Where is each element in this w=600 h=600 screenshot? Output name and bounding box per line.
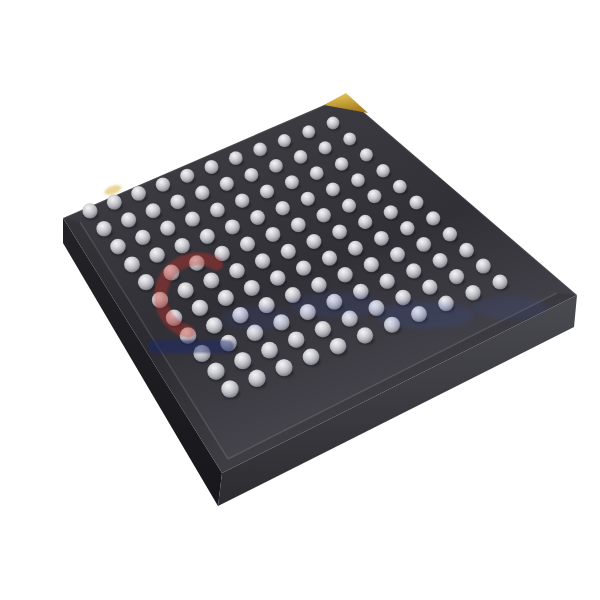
- solder-ball: [234, 352, 251, 369]
- solder-ball: [306, 234, 321, 249]
- solder-ball: [433, 253, 448, 268]
- solder-ball: [146, 203, 161, 218]
- solder-ball: [180, 169, 194, 183]
- solder-ball: [192, 300, 208, 316]
- solder-ball: [288, 331, 305, 348]
- solder-ball: [124, 256, 140, 272]
- solder-ball: [248, 370, 265, 387]
- solder-ball: [244, 168, 258, 182]
- solder-ball: [319, 141, 332, 154]
- solder-ball: [96, 221, 111, 236]
- solder-ball: [476, 259, 491, 274]
- solder-ball: [317, 208, 331, 222]
- solder-ball: [348, 241, 363, 256]
- solder-ball: [302, 125, 315, 138]
- solder-ball: [465, 285, 480, 300]
- solder-ball: [121, 212, 136, 227]
- solder-ball: [332, 224, 347, 239]
- solder-ball: [253, 143, 267, 157]
- solder-ball: [380, 274, 395, 289]
- solder-ball: [229, 263, 245, 279]
- watermark-text-tint: [375, 301, 475, 329]
- solder-ball: [327, 117, 340, 130]
- solder-ball: [110, 239, 126, 255]
- solder-ball: [175, 238, 190, 253]
- solder-ball: [135, 230, 150, 245]
- solder-ball: [406, 263, 421, 278]
- solder-ball: [210, 203, 225, 218]
- solder-ball: [335, 157, 349, 171]
- solder-ball: [416, 237, 431, 252]
- solder-ball: [351, 173, 365, 187]
- solder-ball: [459, 243, 474, 258]
- solder-ball: [82, 203, 97, 218]
- solder-ball: [138, 274, 154, 290]
- solder-ball: [225, 219, 240, 234]
- solder-ball: [301, 192, 315, 206]
- solder-ball: [426, 211, 440, 225]
- solder-ball: [185, 212, 200, 227]
- solder-ball: [156, 177, 170, 191]
- solder-ball: [285, 175, 299, 189]
- solder-ball: [107, 195, 122, 210]
- solder-ball: [218, 290, 234, 306]
- solder-ball: [449, 269, 464, 284]
- solder-ball: [400, 221, 414, 235]
- solder-ball: [250, 210, 265, 225]
- solder-ball: [229, 151, 243, 165]
- solder-ball: [235, 194, 249, 208]
- solder-ball: [326, 182, 340, 196]
- solder-ball: [275, 359, 292, 376]
- solder-ball: [310, 166, 324, 180]
- solder-ball: [343, 132, 356, 145]
- solder-ball: [205, 160, 219, 174]
- solder-ball: [255, 253, 270, 268]
- chip-render: [0, 0, 600, 600]
- solder-ball: [200, 229, 215, 244]
- solder-ball: [160, 221, 175, 236]
- solder-ball: [443, 227, 457, 241]
- bga-chip-photo: [0, 0, 600, 600]
- solder-ball: [269, 159, 283, 173]
- solder-ball: [342, 199, 356, 213]
- solder-ball: [367, 189, 381, 203]
- solder-ball: [357, 327, 373, 343]
- watermark-accent-bar: [148, 340, 234, 353]
- solder-ball: [178, 282, 194, 298]
- solder-ball: [393, 180, 407, 194]
- watermark-text-tint: [472, 296, 548, 320]
- watermark-text-tint: [289, 292, 381, 318]
- solder-ball: [358, 215, 372, 229]
- solder-ball: [261, 342, 278, 359]
- solder-ball: [195, 186, 209, 200]
- solder-ball: [207, 363, 224, 380]
- solder-ball: [265, 227, 280, 242]
- solder-ball: [291, 217, 306, 232]
- solder-ball: [278, 134, 291, 147]
- solder-ball: [131, 186, 146, 201]
- photo-canvas: [0, 0, 600, 600]
- solder-ball: [330, 338, 347, 355]
- solder-ball: [315, 321, 331, 337]
- solder-ball: [303, 349, 320, 366]
- solder-ball: [220, 177, 234, 191]
- solder-ball: [422, 279, 437, 294]
- solder-ball: [260, 184, 274, 198]
- solder-ball: [149, 247, 165, 263]
- solder-ball: [364, 257, 379, 272]
- solder-ball: [322, 251, 337, 266]
- solder-ball: [384, 205, 398, 219]
- solder-ball: [221, 380, 239, 398]
- solder-ball: [276, 201, 290, 215]
- solder-ball: [296, 260, 311, 275]
- solder-ball: [410, 196, 424, 210]
- solder-ball: [337, 267, 352, 282]
- solder-ball: [281, 244, 296, 259]
- solder-ball: [203, 273, 219, 289]
- solder-ball: [270, 270, 286, 286]
- watermark-text-tint: [221, 306, 289, 330]
- solder-ball: [492, 274, 507, 289]
- solder-ball: [390, 247, 405, 262]
- solder-ball: [206, 317, 223, 334]
- solder-ball: [360, 148, 373, 161]
- solder-ball: [294, 150, 308, 164]
- solder-ball: [376, 164, 390, 178]
- solder-ball: [240, 236, 255, 251]
- solder-ball: [311, 277, 327, 293]
- solder-ball: [374, 231, 389, 246]
- solder-ball: [170, 194, 185, 209]
- solder-ball: [244, 280, 260, 296]
